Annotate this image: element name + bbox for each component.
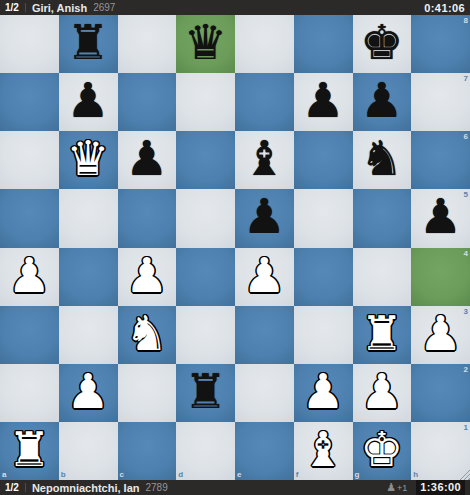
square-g1[interactable]: ♚g: [353, 422, 412, 480]
rank-label-1: 1: [464, 424, 468, 432]
pawn-icon: ♟: [386, 482, 396, 493]
square-h2[interactable]: 2: [411, 364, 470, 422]
top-player-clock: 0:41:06: [424, 2, 465, 14]
square-h4[interactable]: 4: [411, 248, 470, 306]
bottom-player-score: 1/2: [5, 482, 19, 493]
square-a5[interactable]: [0, 189, 59, 247]
material-advantage-value: +1: [397, 483, 407, 493]
white-pawn-b2[interactable]: ♟: [67, 367, 110, 415]
black-knight-g6[interactable]: ♞: [360, 134, 403, 182]
square-f5[interactable]: [294, 189, 353, 247]
square-e4[interactable]: ♟: [235, 248, 294, 306]
top-player-rating: 2697: [93, 2, 115, 13]
white-pawn-e4[interactable]: ♟: [243, 251, 286, 299]
square-a8[interactable]: [0, 15, 59, 73]
white-pawn-c4[interactable]: ♟: [125, 251, 168, 299]
square-a3[interactable]: [0, 306, 59, 364]
file-label-b: b: [61, 471, 66, 479]
top-player-score: 1/2: [5, 2, 19, 13]
square-a6[interactable]: [0, 131, 59, 189]
square-e1[interactable]: e: [235, 422, 294, 480]
bottom-player-rating: 2789: [145, 482, 167, 493]
black-queen-d8[interactable]: ♛: [184, 18, 227, 66]
square-b7[interactable]: ♟: [59, 73, 118, 131]
square-g6[interactable]: ♞: [353, 131, 412, 189]
file-label-e: e: [237, 471, 241, 479]
top-player-name[interactable]: Giri, Anish: [32, 2, 87, 14]
square-c6[interactable]: ♟: [118, 131, 177, 189]
square-e2[interactable]: [235, 364, 294, 422]
black-pawn-b7[interactable]: ♟: [67, 76, 110, 124]
square-d1[interactable]: d: [176, 422, 235, 480]
bottom-player-bar: 1/2 Nepomniachtchi, Ian 2789 ♟ +1 1:36:0…: [0, 480, 470, 495]
square-f4[interactable]: [294, 248, 353, 306]
separator: [25, 483, 26, 492]
square-f6[interactable]: [294, 131, 353, 189]
white-rook-a1[interactable]: ♜: [8, 425, 51, 473]
material-advantage: ♟ +1: [386, 482, 407, 493]
square-h5[interactable]: ♟5: [411, 189, 470, 247]
white-bishop-f1[interactable]: ♝: [302, 425, 345, 473]
square-c2[interactable]: [118, 364, 177, 422]
rank-label-2: 2: [464, 366, 468, 374]
square-f2[interactable]: ♟: [294, 364, 353, 422]
square-b6[interactable]: ♛: [59, 131, 118, 189]
rank-label-6: 6: [464, 133, 468, 141]
file-label-g: g: [355, 471, 360, 479]
white-pawn-a4[interactable]: ♟: [8, 251, 51, 299]
square-h6[interactable]: 6: [411, 131, 470, 189]
square-f3[interactable]: [294, 306, 353, 364]
rank-label-8: 8: [464, 17, 468, 25]
white-pawn-h3[interactable]: ♟: [419, 309, 462, 357]
top-player-bar: 1/2 Giri, Anish 2697 0:41:06: [0, 0, 470, 15]
square-c5[interactable]: [118, 189, 177, 247]
bottom-player-name[interactable]: Nepomniachtchi, Ian: [32, 482, 140, 494]
black-pawn-c6[interactable]: ♟: [125, 134, 168, 182]
square-c8[interactable]: [118, 15, 177, 73]
square-b3[interactable]: [59, 306, 118, 364]
black-pawn-h5[interactable]: ♟: [419, 192, 462, 240]
separator: [25, 3, 26, 12]
black-rook-b8[interactable]: ♜: [67, 18, 110, 66]
square-b8[interactable]: ♜: [59, 15, 118, 73]
white-pawn-f2[interactable]: ♟: [302, 367, 345, 415]
square-g8[interactable]: ♚: [353, 15, 412, 73]
file-label-c: c: [120, 471, 124, 479]
square-e8[interactable]: [235, 15, 294, 73]
square-d5[interactable]: [176, 189, 235, 247]
square-e7[interactable]: [235, 73, 294, 131]
square-a4[interactable]: ♟: [0, 248, 59, 306]
square-f7[interactable]: ♟: [294, 73, 353, 131]
square-e6[interactable]: ♝: [235, 131, 294, 189]
square-g5[interactable]: [353, 189, 412, 247]
square-h7[interactable]: 7: [411, 73, 470, 131]
black-pawn-g7[interactable]: ♟: [360, 76, 403, 124]
square-d8[interactable]: ♛: [176, 15, 235, 73]
square-h8[interactable]: 8: [411, 15, 470, 73]
square-g7[interactable]: ♟: [353, 73, 412, 131]
rank-label-7: 7: [464, 75, 468, 83]
white-queen-b6[interactable]: ♛: [67, 134, 110, 182]
square-h1[interactable]: 1h: [411, 422, 470, 480]
square-c4[interactable]: ♟: [118, 248, 177, 306]
square-b2[interactable]: ♟: [59, 364, 118, 422]
square-d2[interactable]: ♜: [176, 364, 235, 422]
rank-label-5: 5: [464, 191, 468, 199]
file-label-h: h: [413, 471, 418, 479]
square-b1[interactable]: b: [59, 422, 118, 480]
square-d7[interactable]: [176, 73, 235, 131]
square-f1[interactable]: ♝f: [294, 422, 353, 480]
square-a7[interactable]: [0, 73, 59, 131]
file-label-a: a: [2, 471, 6, 479]
square-d3[interactable]: [176, 306, 235, 364]
white-knight-c3[interactable]: ♞: [125, 309, 168, 357]
square-a1[interactable]: ♜a: [0, 422, 59, 480]
square-g4[interactable]: [353, 248, 412, 306]
white-rook-g3[interactable]: ♜: [360, 309, 403, 357]
square-a2[interactable]: [0, 364, 59, 422]
bottom-player-clock: 1:36:00: [416, 480, 465, 495]
square-g3[interactable]: ♜: [353, 306, 412, 364]
black-king-g8[interactable]: ♚: [360, 18, 403, 66]
black-pawn-e5[interactable]: ♟: [243, 192, 286, 240]
square-b5[interactable]: [59, 189, 118, 247]
file-label-d: d: [178, 471, 183, 479]
square-c7[interactable]: [118, 73, 177, 131]
square-h3[interactable]: ♟3: [411, 306, 470, 364]
square-d6[interactable]: [176, 131, 235, 189]
rank-label-3: 3: [464, 308, 468, 316]
rank-label-4: 4: [464, 250, 468, 258]
square-d4[interactable]: [176, 248, 235, 306]
black-rook-d2[interactable]: ♜: [184, 367, 227, 415]
square-c1[interactable]: c: [118, 422, 177, 480]
square-b4[interactable]: [59, 248, 118, 306]
white-pawn-g2[interactable]: ♟: [360, 367, 403, 415]
black-pawn-f7[interactable]: ♟: [302, 76, 345, 124]
square-g2[interactable]: ♟: [353, 364, 412, 422]
chess-board[interactable]: ♜♛♚8♟♟♟7♛♟♝♞6♟♟5♟♟♟4♞♜♟3♟♜♟♟2♜abcde♝f♚g1…: [0, 15, 470, 480]
square-f8[interactable]: [294, 15, 353, 73]
square-e5[interactable]: ♟: [235, 189, 294, 247]
square-e3[interactable]: [235, 306, 294, 364]
file-label-f: f: [296, 471, 299, 479]
square-c3[interactable]: ♞: [118, 306, 177, 364]
white-king-g1[interactable]: ♚: [360, 425, 403, 473]
black-bishop-e6[interactable]: ♝: [243, 134, 286, 182]
